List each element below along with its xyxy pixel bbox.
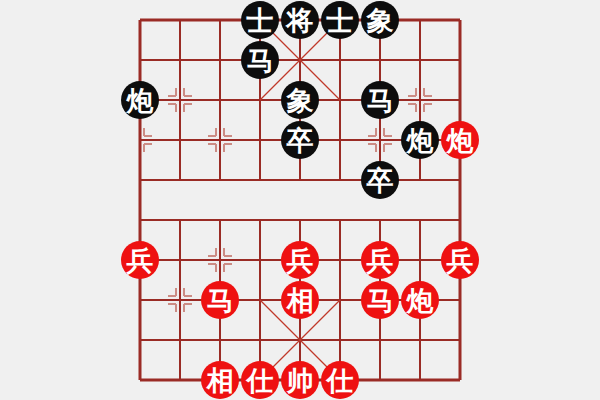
piece-red-elephant-c9[interactable]: 相 — [201, 361, 239, 399]
piece-red-advisor-f9[interactable]: 仕 — [321, 361, 359, 399]
piece-black-horse-g2[interactable]: 马 — [361, 81, 399, 119]
piece-red-soldier-i6[interactable]: 兵 — [441, 241, 479, 279]
piece-red-soldier-a6[interactable]: 兵 — [121, 241, 159, 279]
piece-black-soldier-g4[interactable]: 卒 — [361, 161, 399, 199]
piece-black-cannon-a2[interactable]: 炮 — [121, 81, 159, 119]
piece-red-advisor-d9[interactable]: 仕 — [241, 361, 279, 399]
piece-black-soldier-e3[interactable]: 卒 — [281, 121, 319, 159]
piece-black-horse-d1[interactable]: 马 — [241, 41, 279, 79]
piece-red-soldier-g6[interactable]: 兵 — [361, 241, 399, 279]
piece-red-horse-c7[interactable]: 马 — [201, 281, 239, 319]
xiangqi-board: 士将士象马炮象马卒炮卒炮兵兵兵兵马相马炮相仕帅仕 — [120, 0, 480, 400]
piece-red-elephant-e7[interactable]: 相 — [281, 281, 319, 319]
piece-black-elephant-e2[interactable]: 象 — [281, 81, 319, 119]
piece-red-cannon-h7[interactable]: 炮 — [401, 281, 439, 319]
piece-red-horse-g7[interactable]: 马 — [361, 281, 399, 319]
piece-black-elephant-g0[interactable]: 象 — [361, 1, 399, 39]
piece-red-soldier-e6[interactable]: 兵 — [281, 241, 319, 279]
piece-red-cannon-i3[interactable]: 炮 — [441, 121, 479, 159]
xiangqi-app: 士将士象马炮象马卒炮卒炮兵兵兵兵马相马炮相仕帅仕 — [0, 0, 600, 400]
piece-black-general-e0[interactable]: 将 — [281, 1, 319, 39]
piece-black-advisor-d0[interactable]: 士 — [241, 1, 279, 39]
piece-red-general-e9[interactable]: 帅 — [281, 361, 319, 399]
piece-black-advisor-f0[interactable]: 士 — [321, 1, 359, 39]
piece-black-cannon-h3[interactable]: 炮 — [401, 121, 439, 159]
